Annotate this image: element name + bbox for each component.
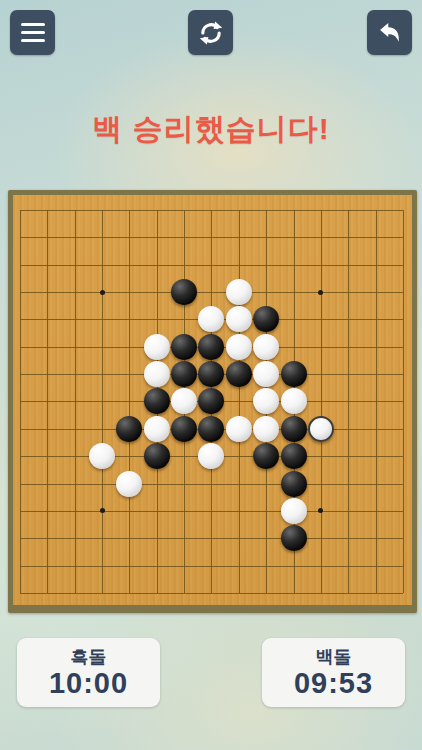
grid-line: [20, 538, 403, 539]
grid-line: [348, 210, 349, 593]
stone-black: [198, 334, 224, 360]
board-frame: [8, 190, 417, 613]
stone-white: [89, 443, 115, 469]
stone-black: [281, 361, 307, 387]
star-point: [318, 508, 323, 513]
stone-white: [281, 498, 307, 524]
undo-arrow-icon: [376, 19, 404, 47]
stone-black: [144, 443, 170, 469]
grid-line: [376, 210, 377, 593]
black-timer-label: 흑돌: [71, 647, 107, 667]
stone-black: [171, 361, 197, 387]
grid-line: [239, 210, 240, 593]
stone-black: [198, 361, 224, 387]
grid-line: [20, 511, 403, 512]
stone-white: [171, 388, 197, 414]
star-point: [318, 290, 323, 295]
stone-white: [308, 416, 334, 442]
star-point: [100, 290, 105, 295]
stone-white: [226, 306, 252, 332]
stone-white: [144, 334, 170, 360]
stone-white: [253, 416, 279, 442]
grid-line: [321, 210, 322, 593]
gomoku-app: { "game": "Gomoku (Omok / Five in a Row)…: [0, 0, 422, 750]
stone-black: [144, 388, 170, 414]
menu-button[interactable]: [10, 10, 55, 55]
stone-white: [116, 471, 142, 497]
white-timer-card: 백돌 09:53: [262, 638, 405, 707]
stone-white: [198, 306, 224, 332]
stone-white: [226, 279, 252, 305]
menu-icon: [21, 23, 45, 43]
refresh-icon: [197, 19, 225, 47]
restart-button[interactable]: [188, 10, 233, 55]
stone-black: [253, 306, 279, 332]
black-timer-card: 흑돌 10:00: [17, 638, 160, 707]
grid-line: [20, 566, 403, 567]
stone-black: [171, 334, 197, 360]
grid-line: [20, 593, 403, 594]
win-banner: 백 승리했습니다!: [0, 109, 422, 150]
stone-black: [198, 388, 224, 414]
stone-black: [281, 471, 307, 497]
stone-black: [226, 361, 252, 387]
gomoku-board[interactable]: [13, 195, 412, 605]
stone-black: [281, 416, 307, 442]
white-timer-value: 09:53: [294, 668, 373, 698]
black-timer-value: 10:00: [49, 668, 128, 698]
stone-white: [281, 388, 307, 414]
grid-line: [20, 484, 403, 485]
stone-black: [281, 443, 307, 469]
star-point: [100, 508, 105, 513]
stone-white: [253, 334, 279, 360]
stone-white: [198, 443, 224, 469]
stone-black: [253, 443, 279, 469]
stone-black: [116, 416, 142, 442]
stone-black: [198, 416, 224, 442]
stone-black: [171, 279, 197, 305]
stone-white: [253, 361, 279, 387]
stone-white: [144, 416, 170, 442]
stone-white: [226, 334, 252, 360]
stone-black: [281, 525, 307, 551]
stone-black: [171, 416, 197, 442]
grid-line: [403, 210, 404, 593]
undo-button[interactable]: [367, 10, 412, 55]
stone-white: [144, 361, 170, 387]
stone-white: [226, 416, 252, 442]
white-timer-label: 백돌: [316, 647, 352, 667]
stone-white: [253, 388, 279, 414]
